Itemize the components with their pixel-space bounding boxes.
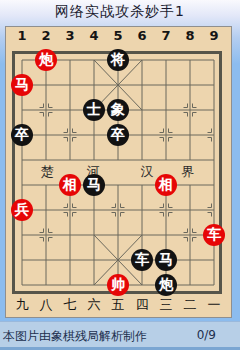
file-label-top-9: 9	[202, 29, 226, 43]
file-label-bottom-6: 四	[130, 298, 154, 312]
file-label-top-7: 7	[154, 29, 178, 43]
file-label-bottom-9: 一	[202, 298, 226, 312]
piece-black-象[interactable]: 象	[107, 99, 129, 121]
file-label-bottom-4: 六	[82, 298, 106, 312]
file-label-bottom-5: 五	[106, 298, 130, 312]
file-label-bottom-2: 八	[34, 298, 58, 312]
move-counter: 0/9	[197, 328, 216, 342]
file-label-top-5: 5	[106, 29, 130, 43]
piece-black-卒[interactable]: 卒	[107, 124, 129, 146]
piece-red-兵[interactable]: 兵	[11, 199, 33, 221]
piece-black-士[interactable]: 士	[83, 99, 105, 121]
piece-black-马[interactable]: 马	[155, 249, 177, 271]
file-label-top-4: 4	[82, 29, 106, 43]
piece-black-炮[interactable]: 炮	[155, 274, 177, 296]
file-label-bottom-3: 七	[58, 298, 82, 312]
footer-bar: 本图片由象棋残局解析制作 0/9	[0, 321, 240, 350]
credit-text: 本图片由象棋残局解析制作	[3, 328, 147, 345]
piece-red-马[interactable]: 马	[11, 74, 33, 96]
file-label-top-1: 1	[10, 29, 34, 43]
river-label: 界	[180, 165, 196, 179]
piece-black-车[interactable]: 车	[131, 249, 153, 271]
piece-red-相[interactable]: 相	[155, 174, 177, 196]
diagram-title: 网络实战攻杀妙手1	[0, 3, 240, 21]
river-label: 汉	[139, 165, 155, 179]
file-label-top-3: 3	[58, 29, 82, 43]
file-label-bottom-8: 二	[178, 298, 202, 312]
piece-red-车[interactable]: 车	[203, 224, 225, 246]
file-label-bottom-1: 九	[10, 298, 34, 312]
piece-black-卒[interactable]: 卒	[11, 124, 33, 146]
file-label-top-8: 8	[178, 29, 202, 43]
file-label-top-6: 6	[130, 29, 154, 43]
piece-red-相[interactable]: 相	[59, 174, 81, 196]
piece-black-马[interactable]: 马	[83, 174, 105, 196]
xiangqi-diagram-window: 网络实战攻杀妙手1 123456789 九八七六五四三二一 楚河汉界 炮将马士象…	[0, 0, 240, 350]
piece-red-炮[interactable]: 炮	[35, 49, 57, 71]
piece-black-将[interactable]: 将	[107, 49, 129, 71]
file-label-top-2: 2	[34, 29, 58, 43]
file-label-bottom-7: 三	[154, 298, 178, 312]
piece-red-帅[interactable]: 帅	[107, 274, 129, 296]
river-label: 楚	[39, 165, 55, 179]
